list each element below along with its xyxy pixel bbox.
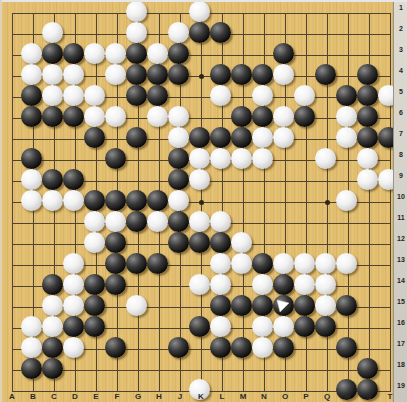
stone-black-B12[interactable] <box>21 148 42 169</box>
stone-black-R5[interactable] <box>336 295 357 316</box>
stone-white-S11[interactable] <box>357 169 378 190</box>
stone-white-J18[interactable] <box>168 22 189 43</box>
row-label-6: 6 <box>394 108 407 117</box>
stone-black-E6[interactable] <box>84 274 105 295</box>
row-label-12: 12 <box>394 234 407 243</box>
column-label-F: F <box>110 392 124 402</box>
stone-black-C6[interactable] <box>42 274 63 295</box>
stone-white-N3[interactable] <box>252 337 273 358</box>
stone-black-G9[interactable] <box>126 211 147 232</box>
stone-white-E17[interactable] <box>84 43 105 64</box>
stone-white-P6[interactable] <box>294 274 315 295</box>
stone-white-M12[interactable] <box>231 148 252 169</box>
stone-black-L18[interactable] <box>210 22 231 43</box>
stone-white-R14[interactable] <box>336 106 357 127</box>
stone-white-B17[interactable] <box>21 43 42 64</box>
stone-black-M13[interactable] <box>231 127 252 148</box>
window-frame-top <box>0 0 407 2</box>
row-label-18: 18 <box>394 360 407 369</box>
stone-white-C5[interactable] <box>42 295 63 316</box>
stone-black-R3[interactable] <box>336 337 357 358</box>
column-label-G: G <box>131 392 145 402</box>
stone-black-K13[interactable] <box>189 127 210 148</box>
stone-black-O6[interactable] <box>273 274 294 295</box>
stone-black-S14[interactable] <box>357 106 378 127</box>
stone-black-E13[interactable] <box>84 127 105 148</box>
row-label-3: 3 <box>394 45 407 54</box>
stone-white-C15[interactable] <box>42 85 63 106</box>
stone-white-G5[interactable] <box>126 295 147 316</box>
stone-black-S13[interactable] <box>357 127 378 148</box>
stone-white-O13[interactable] <box>273 127 294 148</box>
stone-black-S16[interactable] <box>357 64 378 85</box>
stone-white-E9[interactable] <box>84 211 105 232</box>
stone-white-R13[interactable] <box>336 127 357 148</box>
stone-white-N4[interactable] <box>252 316 273 337</box>
stone-white-Q5[interactable] <box>315 295 336 316</box>
stone-black-D11[interactable] <box>63 169 84 190</box>
stone-white-G19[interactable] <box>126 1 147 22</box>
stone-white-M8[interactable] <box>231 232 252 253</box>
stone-black-P5[interactable] <box>294 295 315 316</box>
row-label-14: 14 <box>394 276 407 285</box>
stone-black-C3[interactable] <box>42 337 63 358</box>
stone-white-C16[interactable] <box>42 64 63 85</box>
row-label-11: 11 <box>394 213 407 222</box>
column-label-D: D <box>68 392 82 402</box>
stone-black-R15[interactable] <box>336 85 357 106</box>
stone-black-F8[interactable] <box>105 232 126 253</box>
stone-white-E14[interactable] <box>84 106 105 127</box>
stone-black-C17[interactable] <box>42 43 63 64</box>
stone-black-G16[interactable] <box>126 64 147 85</box>
row-label-13: 13 <box>394 255 407 264</box>
stone-white-K6[interactable] <box>189 274 210 295</box>
stone-white-K19[interactable] <box>189 1 210 22</box>
stone-white-F16[interactable] <box>105 64 126 85</box>
stone-black-B14[interactable] <box>21 106 42 127</box>
stone-white-D15[interactable] <box>63 85 84 106</box>
column-label-P: P <box>299 392 313 402</box>
stone-white-P7[interactable] <box>294 253 315 274</box>
stone-black-L16[interactable] <box>210 64 231 85</box>
column-label-L: L <box>215 392 229 402</box>
stone-black-H7[interactable] <box>147 253 168 274</box>
stone-black-D4[interactable] <box>63 316 84 337</box>
stone-black-M14[interactable] <box>231 106 252 127</box>
column-label-B: B <box>26 392 40 402</box>
column-label-S: S <box>362 392 376 402</box>
stone-black-O3[interactable] <box>273 337 294 358</box>
star-point-K16 <box>199 74 204 79</box>
stone-black-C14[interactable] <box>42 106 63 127</box>
stone-black-E4[interactable] <box>84 316 105 337</box>
column-label-H: H <box>152 392 166 402</box>
row-label-19: 19 <box>394 381 407 390</box>
stone-white-D7[interactable] <box>63 253 84 274</box>
stone-white-R10[interactable] <box>336 190 357 211</box>
stone-white-D5[interactable] <box>63 295 84 316</box>
stone-white-C18[interactable] <box>42 22 63 43</box>
stone-black-L8[interactable] <box>210 232 231 253</box>
stone-white-Q7[interactable] <box>315 253 336 274</box>
stone-white-O7[interactable] <box>273 253 294 274</box>
stone-white-M7[interactable] <box>231 253 252 274</box>
column-label-O: O <box>278 392 292 402</box>
stone-white-D3[interactable] <box>63 337 84 358</box>
stone-white-R7[interactable] <box>336 253 357 274</box>
stone-white-J13[interactable] <box>168 127 189 148</box>
row-label-15: 15 <box>394 297 407 306</box>
grid-line-vertical <box>390 13 391 392</box>
stone-black-G15[interactable] <box>126 85 147 106</box>
stone-black-H16[interactable] <box>147 64 168 85</box>
stone-white-H14[interactable] <box>147 106 168 127</box>
stone-black-F3[interactable] <box>105 337 126 358</box>
stone-black-M5[interactable] <box>231 295 252 316</box>
row-label-2: 2 <box>394 24 407 33</box>
row-label-7: 7 <box>394 129 407 138</box>
stone-black-E5[interactable] <box>84 295 105 316</box>
row-label-9: 9 <box>394 171 407 180</box>
stone-black-G13[interactable] <box>126 127 147 148</box>
stone-black-J8[interactable] <box>168 232 189 253</box>
stone-white-N6[interactable] <box>252 274 273 295</box>
stone-black-J3[interactable] <box>168 337 189 358</box>
stone-white-C4[interactable] <box>42 316 63 337</box>
stone-black-L5[interactable] <box>210 295 231 316</box>
row-label-5: 5 <box>394 87 407 96</box>
row-label-17: 17 <box>394 339 407 348</box>
stone-white-L7[interactable] <box>210 253 231 274</box>
stone-black-H10[interactable] <box>147 190 168 211</box>
stone-black-D17[interactable] <box>63 43 84 64</box>
column-label-E: E <box>89 392 103 402</box>
stone-white-D6[interactable] <box>63 274 84 295</box>
stone-white-N15[interactable] <box>252 85 273 106</box>
window-frame-left <box>0 0 2 402</box>
column-label-M: M <box>236 392 250 402</box>
row-number-panel: 12345678910111213141516171819 <box>393 0 407 402</box>
stone-white-F9[interactable] <box>105 211 126 232</box>
row-label-16: 16 <box>394 318 407 327</box>
stone-black-N14[interactable] <box>252 106 273 127</box>
stone-white-B11[interactable] <box>21 169 42 190</box>
stone-black-G7[interactable] <box>126 253 147 274</box>
stone-black-N16[interactable] <box>252 64 273 85</box>
stone-black-B15[interactable] <box>21 85 42 106</box>
column-label-A: A <box>5 392 19 402</box>
stone-black-L3[interactable] <box>210 337 231 358</box>
stone-black-G17[interactable] <box>126 43 147 64</box>
stone-white-J14[interactable] <box>168 106 189 127</box>
stone-white-H9[interactable] <box>147 211 168 232</box>
stone-white-F14[interactable] <box>105 106 126 127</box>
stone-white-C10[interactable] <box>42 190 63 211</box>
stone-black-S2[interactable] <box>357 358 378 379</box>
stone-black-C2[interactable] <box>42 358 63 379</box>
stone-black-J11[interactable] <box>168 169 189 190</box>
stone-black-J16[interactable] <box>168 64 189 85</box>
stone-white-O14[interactable] <box>273 106 294 127</box>
stone-white-P15[interactable] <box>294 85 315 106</box>
stone-white-O16[interactable] <box>273 64 294 85</box>
stone-white-L12[interactable] <box>210 148 231 169</box>
stone-white-N13[interactable] <box>252 127 273 148</box>
stone-black-L13[interactable] <box>210 127 231 148</box>
stone-white-F17[interactable] <box>105 43 126 64</box>
stone-black-F6[interactable] <box>105 274 126 295</box>
stone-black-K8[interactable] <box>189 232 210 253</box>
row-label-4: 4 <box>394 66 407 75</box>
stone-white-K12[interactable] <box>189 148 210 169</box>
stone-black-H15[interactable] <box>147 85 168 106</box>
stone-black-N7[interactable] <box>252 253 273 274</box>
stone-black-N5[interactable] <box>252 295 273 316</box>
stone-white-D16[interactable] <box>63 64 84 85</box>
stone-white-H17[interactable] <box>147 43 168 64</box>
stone-white-S12[interactable] <box>357 148 378 169</box>
stone-black-F7[interactable] <box>105 253 126 274</box>
stone-black-S15[interactable] <box>357 85 378 106</box>
stone-white-G18[interactable] <box>126 22 147 43</box>
stone-black-O5[interactable] <box>273 295 294 316</box>
stone-white-L9[interactable] <box>210 211 231 232</box>
stone-white-L4[interactable] <box>210 316 231 337</box>
stone-black-K18[interactable] <box>189 22 210 43</box>
stone-black-G10[interactable] <box>126 190 147 211</box>
column-label-J: J <box>173 392 187 402</box>
column-label-C: C <box>47 392 61 402</box>
stone-white-N12[interactable] <box>252 148 273 169</box>
stone-white-L6[interactable] <box>210 274 231 295</box>
stone-white-O4[interactable] <box>273 316 294 337</box>
stone-white-L15[interactable] <box>210 85 231 106</box>
stone-black-Q4[interactable] <box>315 316 336 337</box>
stone-black-P14[interactable] <box>294 106 315 127</box>
column-label-K: K <box>194 392 208 402</box>
stone-white-E8[interactable] <box>84 232 105 253</box>
stone-white-B4[interactable] <box>21 316 42 337</box>
stone-black-C11[interactable] <box>42 169 63 190</box>
stone-black-F10[interactable] <box>105 190 126 211</box>
stone-white-B3[interactable] <box>21 337 42 358</box>
stone-white-E15[interactable] <box>84 85 105 106</box>
star-point-K10 <box>199 200 204 205</box>
stone-black-E10[interactable] <box>84 190 105 211</box>
stone-black-Q16[interactable] <box>315 64 336 85</box>
stone-black-O17[interactable] <box>273 43 294 64</box>
go-app-window: ABCDEFGHJKLMNOPQRST 12345678910111213141… <box>0 0 407 402</box>
stone-white-Q12[interactable] <box>315 148 336 169</box>
grid-line-horizontal <box>12 370 391 371</box>
column-label-R: R <box>341 392 355 402</box>
stone-black-B2[interactable] <box>21 358 42 379</box>
star-point-Q10 <box>325 200 330 205</box>
stone-white-B16[interactable] <box>21 64 42 85</box>
stone-white-K9[interactable] <box>189 211 210 232</box>
stone-black-D14[interactable] <box>63 106 84 127</box>
row-label-10: 10 <box>394 192 407 201</box>
stone-white-K11[interactable] <box>189 169 210 190</box>
row-label-1: 1 <box>394 3 407 12</box>
stone-black-J17[interactable] <box>168 43 189 64</box>
stone-white-B10[interactable] <box>21 190 42 211</box>
stone-black-F12[interactable] <box>105 148 126 169</box>
stone-black-M3[interactable] <box>231 337 252 358</box>
stone-white-D10[interactable] <box>63 190 84 211</box>
stone-black-P4[interactable] <box>294 316 315 337</box>
stone-black-K4[interactable] <box>189 316 210 337</box>
stone-white-J10[interactable] <box>168 190 189 211</box>
column-label-N: N <box>257 392 271 402</box>
stone-black-J12[interactable] <box>168 148 189 169</box>
stone-white-Q6[interactable] <box>315 274 336 295</box>
last-move-triangle-marker <box>273 295 294 316</box>
column-label-Q: Q <box>320 392 334 402</box>
stone-black-J9[interactable] <box>168 211 189 232</box>
row-label-8: 8 <box>394 150 407 159</box>
stone-black-M16[interactable] <box>231 64 252 85</box>
